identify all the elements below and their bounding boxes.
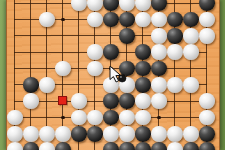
stone-white bbox=[183, 77, 199, 93]
stone-black bbox=[119, 142, 135, 150]
stone-black bbox=[119, 93, 135, 109]
stone-white bbox=[39, 126, 55, 142]
stone-white bbox=[183, 126, 199, 142]
star-point bbox=[109, 67, 113, 71]
stone-white bbox=[151, 12, 167, 28]
stone-white bbox=[199, 110, 215, 126]
stone-white bbox=[103, 126, 119, 142]
stone-white bbox=[87, 44, 103, 60]
stone-white bbox=[199, 28, 215, 44]
stone-black bbox=[103, 142, 119, 150]
stone-white bbox=[87, 61, 103, 77]
stone-white bbox=[7, 126, 23, 142]
stone-white bbox=[135, 110, 151, 126]
stone-black bbox=[103, 110, 119, 126]
stone-black bbox=[135, 142, 151, 150]
stone-white bbox=[87, 110, 103, 126]
stone-black bbox=[151, 61, 167, 77]
stone-black bbox=[183, 142, 199, 150]
stone-white bbox=[39, 142, 55, 150]
star-point bbox=[61, 18, 65, 22]
stone-white bbox=[7, 110, 23, 126]
stone-black bbox=[23, 77, 39, 93]
stone-white bbox=[151, 77, 167, 93]
stone-white bbox=[199, 12, 215, 28]
stone-white bbox=[183, 28, 199, 44]
stone-black bbox=[119, 61, 135, 77]
stone-black bbox=[71, 126, 87, 142]
stone-white bbox=[199, 93, 215, 109]
stone-white bbox=[71, 110, 87, 126]
stone-black bbox=[199, 126, 215, 142]
stone-white bbox=[119, 126, 135, 142]
red-square-marker bbox=[58, 96, 68, 106]
stone-black bbox=[135, 77, 151, 93]
stone-black bbox=[183, 12, 199, 28]
stone-black bbox=[135, 44, 151, 60]
stone-white bbox=[71, 93, 87, 109]
stone-black bbox=[135, 126, 151, 142]
stone-white bbox=[23, 93, 39, 109]
stone-black bbox=[151, 142, 167, 150]
star-point bbox=[157, 116, 161, 120]
stone-white bbox=[151, 93, 167, 109]
stone-white bbox=[39, 77, 55, 93]
stone-black bbox=[103, 12, 119, 28]
stone-black bbox=[135, 61, 151, 77]
stone-white bbox=[23, 126, 39, 142]
star-point bbox=[61, 116, 65, 120]
stone-black bbox=[199, 142, 215, 150]
stone-black bbox=[167, 12, 183, 28]
stone-white bbox=[167, 77, 183, 93]
stone-white bbox=[103, 77, 119, 93]
stone-white bbox=[135, 93, 151, 109]
stone-black bbox=[87, 126, 103, 142]
stone-black bbox=[55, 142, 71, 150]
stone-black bbox=[103, 93, 119, 109]
screenshot-root bbox=[0, 0, 225, 150]
stone-white bbox=[167, 142, 183, 150]
stone-white bbox=[135, 12, 151, 28]
stone-white bbox=[167, 44, 183, 60]
stone-white bbox=[87, 12, 103, 28]
stone-white bbox=[183, 44, 199, 60]
stone-white bbox=[151, 126, 167, 142]
stone-black bbox=[119, 12, 135, 28]
stone-white bbox=[167, 126, 183, 142]
stone-white bbox=[55, 126, 71, 142]
stone-white bbox=[7, 142, 23, 150]
stone-white bbox=[119, 77, 135, 93]
stone-black bbox=[103, 44, 119, 60]
stone-white bbox=[55, 61, 71, 77]
stone-white bbox=[119, 110, 135, 126]
stone-black bbox=[23, 142, 39, 150]
stone-white bbox=[151, 44, 167, 60]
stone-white bbox=[39, 12, 55, 28]
stone-white bbox=[151, 28, 167, 44]
stone-black bbox=[119, 28, 135, 44]
stone-black bbox=[167, 28, 183, 44]
